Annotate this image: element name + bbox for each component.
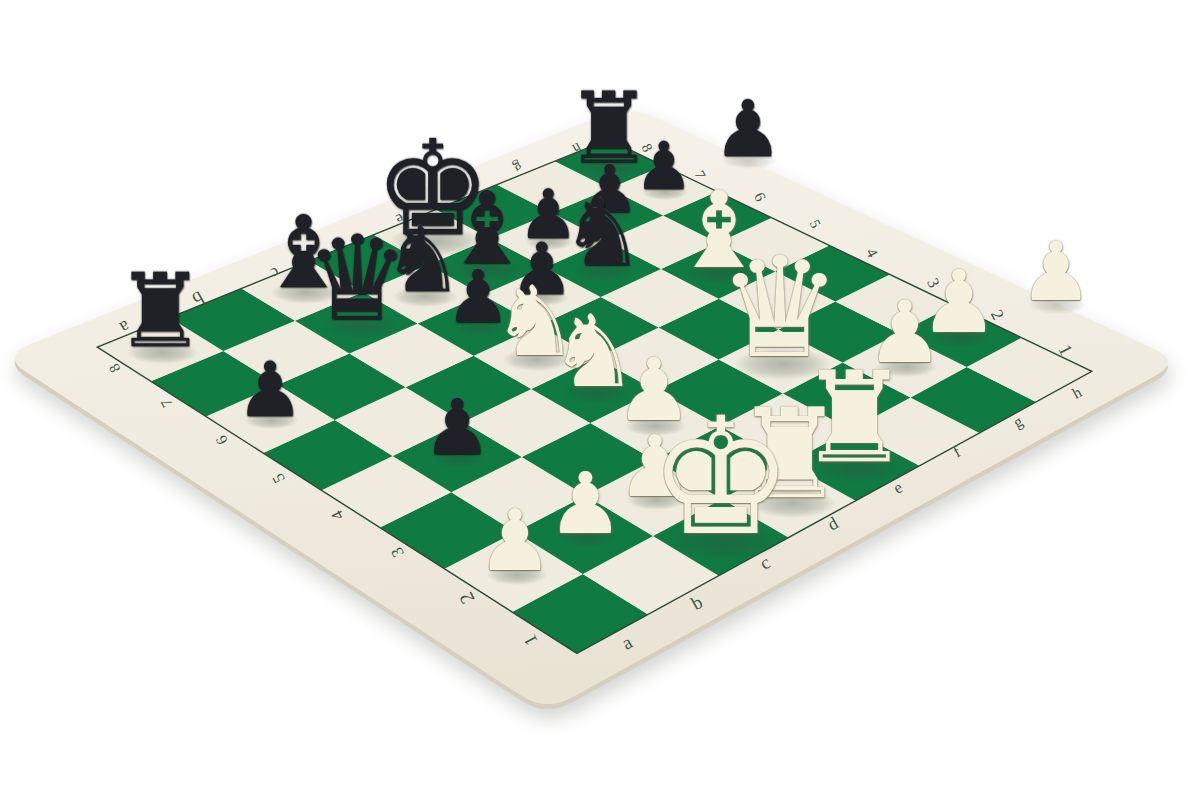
- piece-white-pawn-b2[interactable]: ♟: [547, 461, 623, 546]
- chess-product-photo-scene: aa11bb22cc33dd44ee55ff66gg77hh88♟♜♟♟♚♟♝♞…: [0, 0, 1200, 797]
- piece-black-queen-c7[interactable]: ♛: [305, 220, 410, 337]
- captured-white-pawn[interactable]: ♟: [1019, 231, 1093, 313]
- captured-black-pawn[interactable]: ♟: [713, 90, 783, 168]
- piece-white-pawn-a2[interactable]: ♟: [477, 498, 553, 583]
- piece-black-pawn-a6[interactable]: ♟: [236, 352, 304, 428]
- piece-black-rook-a8[interactable]: ♜: [115, 260, 206, 362]
- piece-black-pawn-b4[interactable]: ♟: [423, 389, 492, 466]
- piece-white-king-c1[interactable]: ♚: [648, 396, 793, 558]
